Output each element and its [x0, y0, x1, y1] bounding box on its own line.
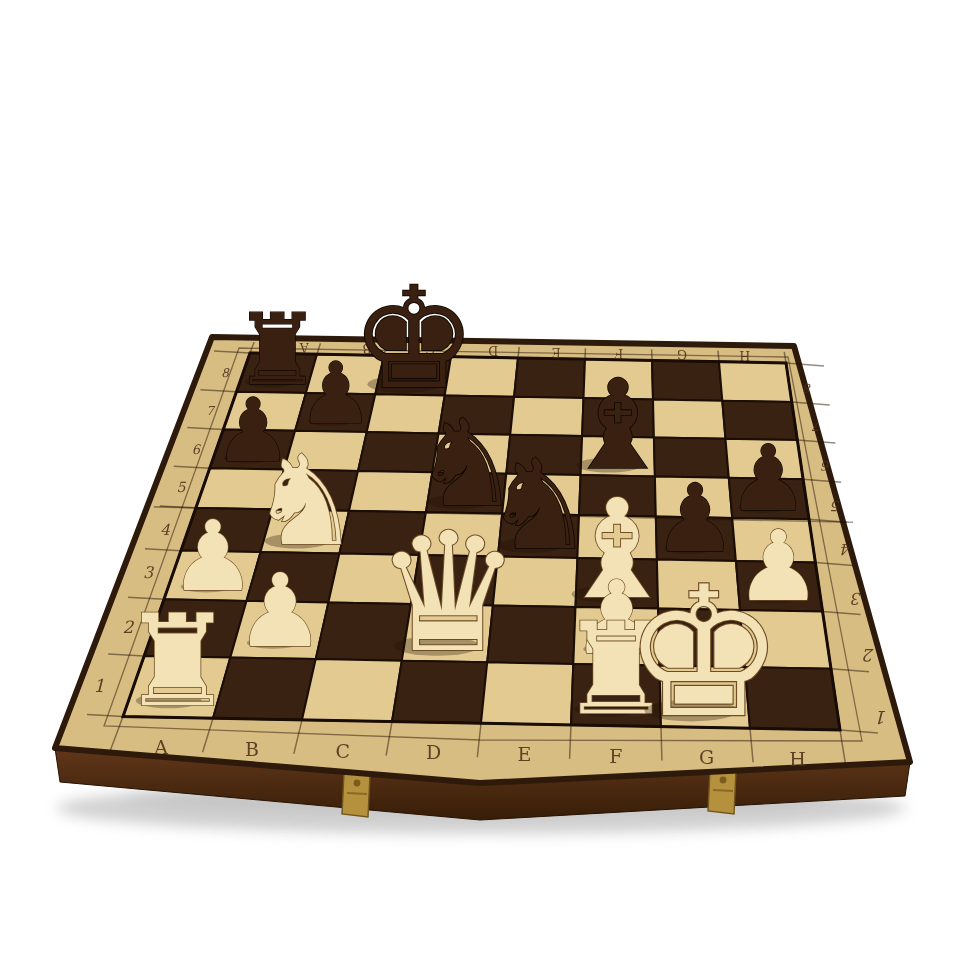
pieces: ♜♚♟♟♝♞♟♞♟♞♟♝♟♟♛♟♜♜♚: [121, 257, 822, 758]
file-label-far-g: G: [677, 347, 687, 362]
piece-white-knight-b4[interactable]: ♞: [250, 429, 361, 573]
piece-white-king-g1[interactable]: ♚: [623, 548, 785, 758]
piece-white-pawn-b2[interactable]: ♟: [235, 552, 326, 670]
file-label-near-f: F: [609, 745, 622, 767]
file-label-near-d: D: [426, 741, 441, 763]
rank-label-left-5: 5: [177, 479, 187, 495]
file-label-far-h: H: [739, 348, 750, 363]
file-label-near-b: B: [245, 738, 259, 760]
chessboard-scene: AABBCCDDEEFFGGHH8877665544332211♜♚♟♟♝♞♟♞…: [0, 0, 953, 953]
file-label-near-a: A: [153, 736, 168, 758]
rank-label-left-1: 1: [93, 675, 104, 696]
rank-label-right-2: 2: [862, 645, 874, 665]
square-h8[interactable]: [719, 362, 792, 402]
file-label-far-d: D: [488, 343, 498, 358]
chess-photo-stage: AABBCCDDEEFFGGHH8877665544332211♜♚♟♟♝♞♟♞…: [0, 0, 953, 953]
rank-label-right-4: 4: [841, 540, 851, 558]
file-label-near-c: C: [335, 740, 350, 762]
file-label-near-e: E: [518, 743, 532, 765]
piece-white-queen-d2[interactable]: ♛: [374, 497, 521, 689]
file-label-near-h: H: [789, 748, 806, 770]
rank-label-right-5: 5: [830, 498, 840, 514]
piece-white-rook-a1[interactable]: ♜: [121, 587, 235, 735]
file-label-far-e: E: [552, 345, 561, 360]
rank-label-right-1: 1: [876, 707, 887, 728]
